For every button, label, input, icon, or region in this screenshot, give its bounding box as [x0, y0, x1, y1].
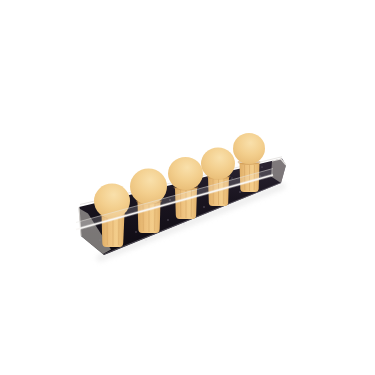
sponge-head	[233, 133, 265, 164]
sponge-head	[201, 148, 235, 180]
sponge-head	[168, 157, 203, 190]
product-photo	[0, 0, 375, 375]
product-photo-canvas	[0, 0, 375, 375]
